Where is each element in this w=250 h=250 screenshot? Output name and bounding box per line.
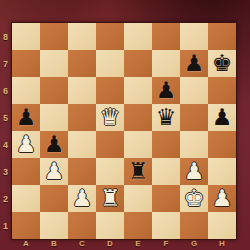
square-b6[interactable]	[40, 77, 68, 104]
square-b7[interactable]	[40, 50, 68, 77]
square-f8[interactable]	[152, 23, 180, 50]
white-pawn-c2[interactable]: ♟	[68, 185, 96, 212]
file-label-d: D	[96, 237, 124, 250]
black-rook-e3[interactable]: ♜	[124, 158, 152, 185]
square-g2[interactable]: ♚	[180, 185, 208, 212]
chess-board: ♟♚♟♟♛♛♟♟♟♟♜♟♟♜♚♟	[11, 22, 237, 240]
square-d1[interactable]	[96, 212, 124, 239]
square-f5[interactable]: ♛	[152, 104, 180, 131]
square-c5[interactable]	[68, 104, 96, 131]
square-a1[interactable]	[12, 212, 40, 239]
square-f2[interactable]	[152, 185, 180, 212]
black-pawn-g7[interactable]: ♟	[180, 50, 208, 77]
square-b5[interactable]	[40, 104, 68, 131]
black-king-h7[interactable]: ♚	[208, 50, 236, 77]
square-b8[interactable]	[40, 23, 68, 50]
square-e7[interactable]	[124, 50, 152, 77]
square-b1[interactable]	[40, 212, 68, 239]
square-d4[interactable]	[96, 131, 124, 158]
white-king-g2[interactable]: ♚	[180, 185, 208, 212]
square-g3[interactable]: ♟	[180, 158, 208, 185]
square-a5[interactable]: ♟	[12, 104, 40, 131]
square-a2[interactable]	[12, 185, 40, 212]
square-h4[interactable]	[208, 131, 236, 158]
square-h1[interactable]	[208, 212, 236, 239]
file-label-f: F	[152, 237, 180, 250]
square-g5[interactable]	[180, 104, 208, 131]
square-d2[interactable]: ♜	[96, 185, 124, 212]
rank-label-2: 2	[0, 185, 11, 212]
file-label-h: H	[208, 237, 236, 250]
white-pawn-h2[interactable]: ♟	[208, 185, 236, 212]
square-c8[interactable]	[68, 23, 96, 50]
square-b4[interactable]: ♟	[40, 131, 68, 158]
rank-label-5: 5	[0, 104, 11, 131]
square-c3[interactable]	[68, 158, 96, 185]
square-c1[interactable]	[68, 212, 96, 239]
square-h8[interactable]	[208, 23, 236, 50]
square-e2[interactable]	[124, 185, 152, 212]
square-b3[interactable]: ♟	[40, 158, 68, 185]
file-label-a: A	[12, 237, 40, 250]
square-d7[interactable]	[96, 50, 124, 77]
square-e6[interactable]	[124, 77, 152, 104]
rank-labels: 87654321	[0, 23, 11, 239]
square-g8[interactable]	[180, 23, 208, 50]
square-f3[interactable]	[152, 158, 180, 185]
square-e5[interactable]	[124, 104, 152, 131]
square-g7[interactable]: ♟	[180, 50, 208, 77]
black-queen-f5[interactable]: ♛	[152, 104, 180, 131]
rank-label-1: 1	[0, 212, 11, 239]
square-d6[interactable]	[96, 77, 124, 104]
square-e8[interactable]	[124, 23, 152, 50]
square-h7[interactable]: ♚	[208, 50, 236, 77]
square-c7[interactable]	[68, 50, 96, 77]
square-h2[interactable]: ♟	[208, 185, 236, 212]
square-g1[interactable]	[180, 212, 208, 239]
white-pawn-a4[interactable]: ♟	[12, 131, 40, 158]
square-h5[interactable]: ♟	[208, 104, 236, 131]
square-f6[interactable]: ♟	[152, 77, 180, 104]
square-h3[interactable]	[208, 158, 236, 185]
square-d5[interactable]: ♛	[96, 104, 124, 131]
white-rook-d2[interactable]: ♜	[96, 185, 124, 212]
file-label-c: C	[68, 237, 96, 250]
square-f1[interactable]	[152, 212, 180, 239]
square-a6[interactable]	[12, 77, 40, 104]
file-labels: ABCDEFGH	[12, 237, 236, 250]
square-b2[interactable]	[40, 185, 68, 212]
square-h6[interactable]	[208, 77, 236, 104]
black-pawn-h5[interactable]: ♟	[208, 104, 236, 131]
square-f7[interactable]	[152, 50, 180, 77]
rank-label-7: 7	[0, 50, 11, 77]
rank-label-8: 8	[0, 23, 11, 50]
white-pawn-b3[interactable]: ♟	[40, 158, 68, 185]
white-queen-d5[interactable]: ♛	[96, 104, 124, 131]
white-pawn-g3[interactable]: ♟	[180, 158, 208, 185]
velvet-background: 87654321 ♟♚♟♟♛♛♟♟♟♟♜♟♟♜♚♟ ABCDEFGH	[0, 0, 250, 250]
square-d8[interactable]	[96, 23, 124, 50]
square-c6[interactable]	[68, 77, 96, 104]
square-a8[interactable]	[12, 23, 40, 50]
square-g6[interactable]	[180, 77, 208, 104]
black-pawn-b4[interactable]: ♟	[40, 131, 68, 158]
square-e1[interactable]	[124, 212, 152, 239]
square-g4[interactable]	[180, 131, 208, 158]
square-a3[interactable]	[12, 158, 40, 185]
square-a4[interactable]: ♟	[12, 131, 40, 158]
square-c2[interactable]: ♟	[68, 185, 96, 212]
square-c4[interactable]	[68, 131, 96, 158]
square-d3[interactable]	[96, 158, 124, 185]
black-pawn-f6[interactable]: ♟	[152, 77, 180, 104]
file-label-e: E	[124, 237, 152, 250]
rank-label-3: 3	[0, 158, 11, 185]
square-a7[interactable]	[12, 50, 40, 77]
file-label-b: B	[40, 237, 68, 250]
square-e4[interactable]	[124, 131, 152, 158]
black-pawn-a5[interactable]: ♟	[12, 104, 40, 131]
rank-label-4: 4	[0, 131, 11, 158]
square-e3[interactable]: ♜	[124, 158, 152, 185]
file-label-g: G	[180, 237, 208, 250]
rank-label-6: 6	[0, 77, 11, 104]
square-f4[interactable]	[152, 131, 180, 158]
